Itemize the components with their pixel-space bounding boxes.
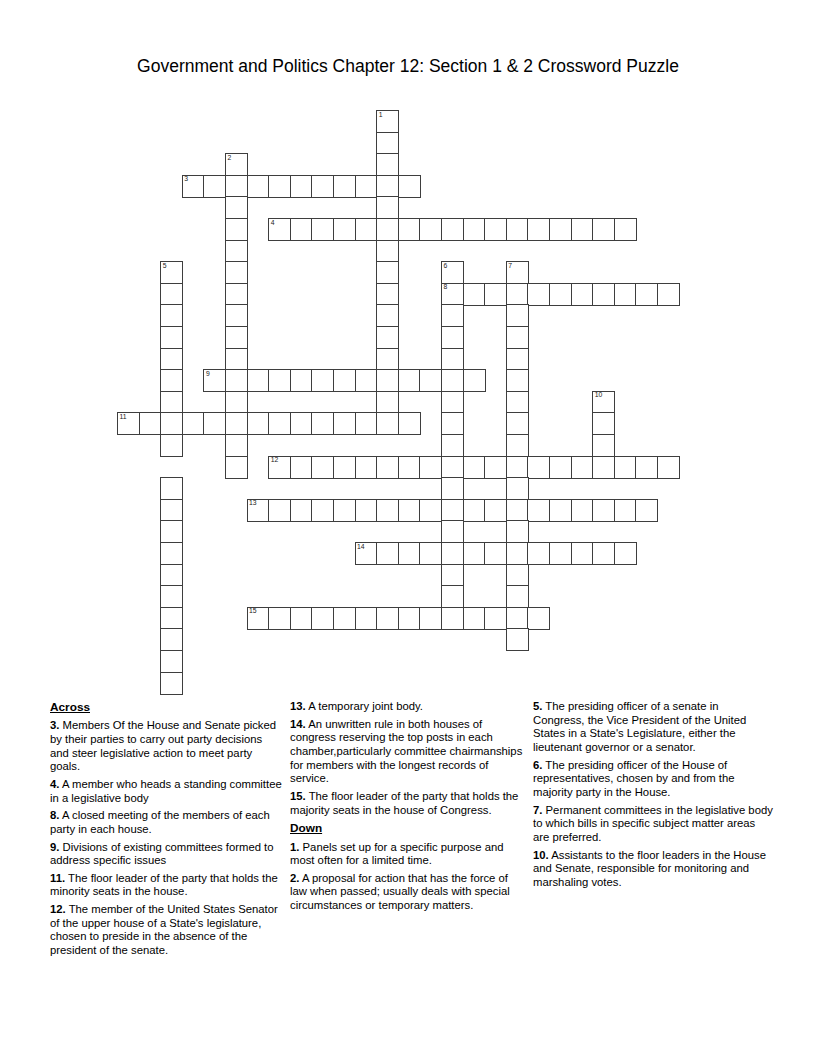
crossword-cell[interactable] xyxy=(355,456,378,479)
crossword-cell[interactable] xyxy=(419,607,442,630)
crossword-cell[interactable] xyxy=(376,456,399,479)
cell-number-6: 6 xyxy=(444,263,448,270)
crossword-cell[interactable] xyxy=(247,412,270,435)
crossword-cell[interactable] xyxy=(484,218,507,241)
cell-number-5: 5 xyxy=(163,263,167,270)
crossword-cell[interactable] xyxy=(203,175,226,198)
crossword-cell[interactable] xyxy=(635,499,658,522)
clue-down-2: 2. A proposal for action that has the fo… xyxy=(290,872,523,913)
crossword-cell[interactable] xyxy=(268,369,291,392)
crossword-cell[interactable] xyxy=(182,412,205,435)
crossword-cell[interactable] xyxy=(506,218,529,241)
crossword-cell[interactable] xyxy=(160,542,183,565)
crossword-cell[interactable] xyxy=(506,283,529,306)
crossword-cell[interactable] xyxy=(247,175,270,198)
crossword-cell[interactable] xyxy=(419,456,442,479)
clues-column-1: Across3. Members Of the House and Senate… xyxy=(50,700,283,962)
crossword-cell[interactable] xyxy=(290,218,313,241)
crossword-cell[interactable] xyxy=(311,607,334,630)
crossword-cell[interactable] xyxy=(506,564,529,587)
crossword-cell[interactable] xyxy=(160,650,183,673)
crossword-cell[interactable] xyxy=(506,477,529,500)
crossword-cell[interactable] xyxy=(225,434,248,457)
cell-number-1: 1 xyxy=(379,112,383,119)
crossword-cell[interactable] xyxy=(592,434,615,457)
crossword-cell[interactable] xyxy=(571,218,594,241)
puzzle-title: Government and Politics Chapter 12: Sect… xyxy=(0,56,816,77)
crossword-cell[interactable] xyxy=(333,499,356,522)
crossword-cell[interactable] xyxy=(614,218,637,241)
crossword-cell[interactable] xyxy=(160,672,183,695)
crossword-cell[interactable] xyxy=(333,175,356,198)
crossword-cell[interactable]: 6 xyxy=(441,261,464,284)
crossword-cell[interactable] xyxy=(506,520,529,543)
cell-number-13: 13 xyxy=(249,500,257,507)
crossword-cell[interactable] xyxy=(160,628,183,651)
clue-down-7: 7. Permanent committees in the legislati… xyxy=(533,804,773,845)
across-header: Across xyxy=(50,700,283,714)
cell-number-3: 3 xyxy=(184,176,188,183)
crossword-cell[interactable] xyxy=(355,369,378,392)
crossword-cell[interactable] xyxy=(398,542,421,565)
cell-number-12: 12 xyxy=(271,457,279,464)
crossword-cell[interactable] xyxy=(398,218,421,241)
crossword-cell[interactable] xyxy=(268,499,291,522)
crossword-cell[interactable] xyxy=(376,132,399,155)
crossword-cell[interactable] xyxy=(290,456,313,479)
crossword-cell[interactable] xyxy=(268,412,291,435)
clue-down-6: 6. The presiding officer of the House of… xyxy=(533,759,773,800)
crossword-cell[interactable] xyxy=(225,326,248,349)
crossword-cell[interactable] xyxy=(506,434,529,457)
crossword-cell[interactable] xyxy=(311,456,334,479)
crossword-cell[interactable] xyxy=(441,369,464,392)
crossword-cell[interactable] xyxy=(506,499,529,522)
cell-number-11: 11 xyxy=(120,414,127,421)
crossword-cell[interactable] xyxy=(614,283,637,306)
crossword-cell[interactable] xyxy=(376,499,399,522)
crossword-cell[interactable]: 7 xyxy=(506,261,529,284)
crossword-cell[interactable] xyxy=(592,542,615,565)
crossword-cell[interactable] xyxy=(398,175,421,198)
crossword-cell[interactable] xyxy=(506,369,529,392)
clue-across-14: 14. An unwritten rule in both houses of … xyxy=(290,718,523,786)
clue-across-4: 4. A member who heads a standing committ… xyxy=(50,778,283,805)
crossword-cell[interactable] xyxy=(225,196,248,219)
down-header: Down xyxy=(290,821,523,835)
crossword-cell[interactable] xyxy=(225,304,248,327)
crossword-cell[interactable] xyxy=(376,348,399,371)
crossword-cell[interactable] xyxy=(160,304,183,327)
cell-number-14: 14 xyxy=(357,544,365,551)
crossword-cell[interactable]: 15 xyxy=(247,607,270,630)
crossword-cell[interactable] xyxy=(160,607,183,630)
crossword-cell[interactable] xyxy=(484,499,507,522)
crossword-cell[interactable] xyxy=(506,456,529,479)
crossword-cell[interactable] xyxy=(571,542,594,565)
crossword-cell[interactable] xyxy=(290,607,313,630)
crossword-cell[interactable] xyxy=(571,456,594,479)
crossword-cell[interactable] xyxy=(160,412,183,435)
crossword-cell[interactable] xyxy=(311,175,334,198)
cell-number-8: 8 xyxy=(444,284,448,291)
crossword-cell[interactable]: 2 xyxy=(225,153,248,176)
crossword-cell[interactable] xyxy=(463,283,486,306)
crossword-cell[interactable] xyxy=(398,607,421,630)
crossword-cell[interactable] xyxy=(355,499,378,522)
crossword-cell[interactable] xyxy=(376,153,399,176)
crossword-cell[interactable] xyxy=(160,369,183,392)
clue-across-8: 8. A closed meeting of the members of ea… xyxy=(50,809,283,836)
crossword-cell[interactable] xyxy=(355,607,378,630)
crossword-cell[interactable] xyxy=(376,412,399,435)
crossword-cell[interactable] xyxy=(225,261,248,284)
crossword-cell[interactable] xyxy=(506,326,529,349)
crossword-cell[interactable] xyxy=(290,499,313,522)
crossword-cell[interactable] xyxy=(225,240,248,263)
crossword-cell[interactable] xyxy=(376,369,399,392)
crossword-cell[interactable] xyxy=(592,456,615,479)
crossword-cell[interactable]: 3 xyxy=(182,175,205,198)
crossword-cell[interactable] xyxy=(614,542,637,565)
cell-number-9: 9 xyxy=(206,371,210,378)
clues-column-2: 13. A temporary joint body.14. An unwrit… xyxy=(290,700,523,917)
crossword-cell[interactable] xyxy=(527,542,550,565)
crossword-cell[interactable] xyxy=(160,326,183,349)
crossword-cell[interactable] xyxy=(463,499,486,522)
cell-number-10: 10 xyxy=(595,392,603,399)
crossword-cell[interactable]: 14 xyxy=(355,542,378,565)
crossword-cell[interactable] xyxy=(268,175,291,198)
crossword-cell[interactable] xyxy=(376,326,399,349)
crossword-cell[interactable] xyxy=(506,304,529,327)
crossword-cell[interactable] xyxy=(484,542,507,565)
crossword-cell[interactable] xyxy=(419,542,442,565)
crossword-cell[interactable] xyxy=(441,348,464,371)
crossword-cell[interactable] xyxy=(506,607,529,630)
crossword-cell[interactable] xyxy=(247,369,270,392)
clue-across-12: 12. The member of the United States Sena… xyxy=(50,903,283,958)
crossword-cell[interactable] xyxy=(441,585,464,608)
crossword-cell[interactable] xyxy=(160,477,183,500)
crossword-cell[interactable] xyxy=(160,434,183,457)
crossword-cell[interactable] xyxy=(160,499,183,522)
crossword-cell[interactable] xyxy=(290,175,313,198)
crossword-cell[interactable] xyxy=(311,369,334,392)
crossword-cell[interactable] xyxy=(441,456,464,479)
crossword-cell[interactable] xyxy=(441,434,464,457)
crossword-cell[interactable] xyxy=(441,218,464,241)
crossword-cell[interactable] xyxy=(355,412,378,435)
crossword-cell[interactable]: 12 xyxy=(268,456,291,479)
crossword-cell[interactable] xyxy=(441,499,464,522)
crossword-cell[interactable] xyxy=(635,456,658,479)
crossword-cell[interactable] xyxy=(463,218,486,241)
crossword-cell[interactable] xyxy=(225,412,248,435)
crossword-cell[interactable] xyxy=(225,369,248,392)
crossword-cell[interactable] xyxy=(355,175,378,198)
clue-down-10: 10. Assistants to the floor leaders in t… xyxy=(533,849,773,890)
crossword-cell[interactable] xyxy=(506,348,529,371)
cell-number-7: 7 xyxy=(508,263,512,270)
crossword-cell[interactable] xyxy=(376,542,399,565)
crossword-cell[interactable] xyxy=(441,607,464,630)
crossword-cell[interactable] xyxy=(657,283,680,306)
crossword-cell[interactable] xyxy=(268,607,291,630)
clue-across-11: 11. The floor leader of the party that h… xyxy=(50,872,283,899)
crossword-cell[interactable]: 10 xyxy=(592,391,615,414)
crossword-cell[interactable] xyxy=(419,499,442,522)
crossword-grid: 123456789101112131415 xyxy=(117,110,682,696)
crossword-cell[interactable] xyxy=(160,564,183,587)
crossword-cell[interactable] xyxy=(549,456,572,479)
crossword-cell[interactable] xyxy=(139,412,162,435)
clue-across-9: 9. Divisions of existing committees form… xyxy=(50,841,283,868)
crossword-cell[interactable] xyxy=(398,412,421,435)
crossword-cell[interactable] xyxy=(225,283,248,306)
crossword-cell[interactable] xyxy=(592,283,615,306)
crossword-cell[interactable] xyxy=(441,542,464,565)
crossword-cell[interactable] xyxy=(506,412,529,435)
clues-column-3: 5. The presiding officer of a senate in … xyxy=(533,700,773,894)
crossword-cell[interactable]: 4 xyxy=(268,218,291,241)
crossword-cell[interactable] xyxy=(549,499,572,522)
crossword-cell[interactable] xyxy=(160,348,183,371)
crossword-cell[interactable] xyxy=(225,456,248,479)
crossword-cell[interactable] xyxy=(290,412,313,435)
crossword-cell[interactable] xyxy=(376,218,399,241)
clue-across-15: 15. The floor leader of the party that h… xyxy=(290,790,523,817)
crossword-cell[interactable]: 9 xyxy=(203,369,226,392)
crossword-cell[interactable] xyxy=(506,628,529,651)
crossword-cell[interactable] xyxy=(376,175,399,198)
crossword-cell[interactable] xyxy=(333,369,356,392)
crossword-cell[interactable] xyxy=(441,304,464,327)
crossword-cell[interactable] xyxy=(419,218,442,241)
crossword-cell[interactable] xyxy=(506,391,529,414)
crossword-cell[interactable] xyxy=(311,218,334,241)
crossword-cell[interactable] xyxy=(311,499,334,522)
crossword-cell[interactable] xyxy=(333,218,356,241)
crossword-cell[interactable] xyxy=(398,499,421,522)
crossword-cell[interactable] xyxy=(225,175,248,198)
crossword-cell[interactable] xyxy=(484,283,507,306)
crossword-cell[interactable] xyxy=(376,240,399,263)
crossword-cell[interactable]: 11 xyxy=(117,412,140,435)
crossword-cell[interactable] xyxy=(376,391,399,414)
crossword-cell[interactable]: 1 xyxy=(376,110,399,133)
crossword-cell[interactable] xyxy=(549,283,572,306)
crossword-cell[interactable] xyxy=(225,391,248,414)
clue-across-3: 3. Members Of the House and Senate picke… xyxy=(50,719,283,774)
crossword-cell[interactable] xyxy=(592,499,615,522)
crossword-cell[interactable] xyxy=(160,283,183,306)
crossword-cell[interactable] xyxy=(549,218,572,241)
crossword-cell[interactable]: 5 xyxy=(160,261,183,284)
crossword-cell[interactable] xyxy=(463,456,486,479)
crossword-cell[interactable]: 8 xyxy=(441,283,464,306)
crossword-cell[interactable] xyxy=(614,456,637,479)
crossword-cell[interactable] xyxy=(441,391,464,414)
crossword-cell[interactable] xyxy=(376,607,399,630)
crossword-cell[interactable] xyxy=(527,218,550,241)
crossword-cell[interactable] xyxy=(635,283,658,306)
crossword-cell[interactable] xyxy=(592,218,615,241)
crossword-cell[interactable] xyxy=(376,304,399,327)
crossword-cell[interactable] xyxy=(484,456,507,479)
crossword-cell[interactable] xyxy=(203,412,226,435)
crossword-cell[interactable] xyxy=(333,607,356,630)
crossword-cell[interactable] xyxy=(592,412,615,435)
crossword-cell[interactable] xyxy=(333,456,356,479)
clue-across-13: 13. A temporary joint body. xyxy=(290,700,523,714)
crossword-cell[interactable] xyxy=(160,391,183,414)
crossword-cell[interactable] xyxy=(441,326,464,349)
crossword-cell[interactable] xyxy=(571,499,594,522)
cell-number-15: 15 xyxy=(249,608,257,615)
crossword-cell[interactable] xyxy=(441,412,464,435)
crossword-cell[interactable] xyxy=(160,585,183,608)
crossword-cell[interactable] xyxy=(506,585,529,608)
crossword-cell[interactable] xyxy=(225,348,248,371)
page: Government and Politics Chapter 12: Sect… xyxy=(0,0,816,1056)
crossword-cell[interactable] xyxy=(290,369,313,392)
crossword-cell[interactable] xyxy=(376,283,399,306)
crossword-cell[interactable] xyxy=(441,564,464,587)
crossword-cell[interactable] xyxy=(441,477,464,500)
crossword-cell[interactable] xyxy=(657,456,680,479)
crossword-cell[interactable] xyxy=(355,218,378,241)
crossword-cell[interactable] xyxy=(506,542,529,565)
crossword-cell[interactable] xyxy=(398,456,421,479)
clue-down-1: 1. Panels set up for a specific purpose … xyxy=(290,841,523,868)
clue-down-5: 5. The presiding officer of a senate in … xyxy=(533,700,773,755)
crossword-cell[interactable] xyxy=(527,283,550,306)
crossword-cell[interactable] xyxy=(571,283,594,306)
crossword-cell[interactable] xyxy=(527,499,550,522)
crossword-cell[interactable] xyxy=(398,369,421,392)
cell-number-2: 2 xyxy=(228,155,232,162)
crossword-cell[interactable] xyxy=(376,196,399,219)
crossword-cell[interactable] xyxy=(463,607,486,630)
crossword-cell[interactable] xyxy=(527,456,550,479)
crossword-cell[interactable] xyxy=(527,607,550,630)
cell-number-4: 4 xyxy=(271,220,275,227)
crossword-cell[interactable] xyxy=(614,499,637,522)
crossword-cell[interactable] xyxy=(549,542,572,565)
crossword-cell[interactable] xyxy=(160,520,183,543)
crossword-cell[interactable] xyxy=(311,412,334,435)
crossword-cell[interactable] xyxy=(376,261,399,284)
crossword-cell[interactable]: 13 xyxy=(247,499,270,522)
crossword-cell[interactable] xyxy=(225,218,248,241)
crossword-cell[interactable] xyxy=(419,369,442,392)
crossword-cell[interactable] xyxy=(484,607,507,630)
crossword-cell[interactable] xyxy=(441,520,464,543)
crossword-cell[interactable] xyxy=(463,542,486,565)
crossword-cell[interactable] xyxy=(463,369,486,392)
crossword-cell[interactable] xyxy=(333,412,356,435)
